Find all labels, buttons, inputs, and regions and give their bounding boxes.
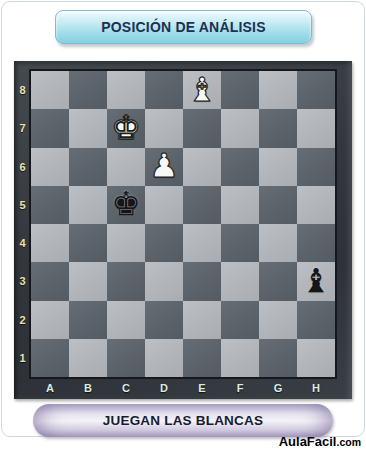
- square-c8[interactable]: [107, 71, 145, 109]
- square-h5[interactable]: [297, 186, 335, 224]
- square-a3[interactable]: [31, 262, 69, 300]
- square-d4[interactable]: [145, 224, 183, 262]
- square-a5[interactable]: [31, 186, 69, 224]
- square-e3[interactable]: [183, 262, 221, 300]
- square-f3[interactable]: [221, 262, 259, 300]
- file-label-c: C: [107, 377, 145, 399]
- square-d6[interactable]: ♟: [145, 148, 183, 186]
- square-g6[interactable]: [259, 148, 297, 186]
- square-b8[interactable]: [69, 71, 107, 109]
- square-f2[interactable]: [221, 301, 259, 339]
- rank-label-1: 1: [14, 339, 31, 377]
- file-label-g: G: [259, 377, 297, 399]
- file-label-e: E: [183, 377, 221, 399]
- square-e7[interactable]: [183, 109, 221, 147]
- square-a1[interactable]: [31, 339, 69, 377]
- square-g8[interactable]: [259, 71, 297, 109]
- file-label-a: A: [31, 377, 69, 399]
- square-c4[interactable]: [107, 224, 145, 262]
- square-c1[interactable]: [107, 339, 145, 377]
- square-a6[interactable]: [31, 148, 69, 186]
- square-h4[interactable]: [297, 224, 335, 262]
- white-pawn-d6[interactable]: ♟: [149, 149, 179, 182]
- rank-label-2: 2: [14, 301, 31, 339]
- rank-label-4: 4: [14, 224, 31, 262]
- square-c7[interactable]: ♚: [107, 109, 145, 147]
- square-f1[interactable]: [221, 339, 259, 377]
- square-a2[interactable]: [31, 301, 69, 339]
- square-g7[interactable]: [259, 109, 297, 147]
- black-bishop-h3[interactable]: ♝: [301, 264, 331, 297]
- square-a8[interactable]: [31, 71, 69, 109]
- square-b6[interactable]: [69, 148, 107, 186]
- square-f7[interactable]: [221, 109, 259, 147]
- square-h2[interactable]: [297, 301, 335, 339]
- square-d2[interactable]: [145, 301, 183, 339]
- square-h1[interactable]: [297, 339, 335, 377]
- brand-suffix: .com: [336, 436, 361, 448]
- square-h6[interactable]: [297, 148, 335, 186]
- footer-caption: JUEGAN LAS BLANCAS: [103, 413, 263, 428]
- square-g4[interactable]: [259, 224, 297, 262]
- square-c5[interactable]: ♚: [107, 186, 145, 224]
- square-g2[interactable]: [259, 301, 297, 339]
- square-b2[interactable]: [69, 301, 107, 339]
- white-king-c7[interactable]: ♚: [111, 111, 141, 144]
- file-label-h: H: [297, 377, 335, 399]
- file-label-b: B: [69, 377, 107, 399]
- square-f4[interactable]: [221, 224, 259, 262]
- square-e8[interactable]: ♝: [183, 71, 221, 109]
- rank-label-3: 3: [14, 262, 31, 300]
- rank-label-6: 6: [14, 148, 31, 186]
- square-e1[interactable]: [183, 339, 221, 377]
- square-h8[interactable]: [297, 71, 335, 109]
- square-e4[interactable]: [183, 224, 221, 262]
- brand-watermark: AulaFacil.com: [279, 434, 361, 449]
- square-d5[interactable]: [145, 186, 183, 224]
- square-e6[interactable]: [183, 148, 221, 186]
- square-g1[interactable]: [259, 339, 297, 377]
- square-e5[interactable]: [183, 186, 221, 224]
- square-c3[interactable]: [107, 262, 145, 300]
- rank-label-5: 5: [14, 186, 31, 224]
- square-f8[interactable]: [221, 71, 259, 109]
- file-label-f: F: [221, 377, 259, 399]
- square-b7[interactable]: [69, 109, 107, 147]
- rank-label-7: 7: [14, 109, 31, 147]
- chess-board-frame: ♝♚♟♚♝ 87654321 ABCDEFGH: [14, 61, 352, 399]
- square-g5[interactable]: [259, 186, 297, 224]
- footer-banner: JUEGAN LAS BLANCAS: [33, 404, 333, 437]
- square-h3[interactable]: ♝: [297, 262, 335, 300]
- square-g3[interactable]: [259, 262, 297, 300]
- square-d1[interactable]: [145, 339, 183, 377]
- square-c2[interactable]: [107, 301, 145, 339]
- square-b1[interactable]: [69, 339, 107, 377]
- square-f5[interactable]: [221, 186, 259, 224]
- square-a7[interactable]: [31, 109, 69, 147]
- square-b3[interactable]: [69, 262, 107, 300]
- square-a4[interactable]: [31, 224, 69, 262]
- square-d7[interactable]: [145, 109, 183, 147]
- square-d3[interactable]: [145, 262, 183, 300]
- square-f6[interactable]: [221, 148, 259, 186]
- black-king-c5[interactable]: ♚: [111, 187, 141, 220]
- square-c6[interactable]: [107, 148, 145, 186]
- white-bishop-e8[interactable]: ♝: [187, 73, 217, 106]
- header-title: POSICIÓN DE ANÁLISIS: [101, 19, 266, 35]
- rank-label-8: 8: [14, 71, 31, 109]
- file-label-d: D: [145, 377, 183, 399]
- square-b4[interactable]: [69, 224, 107, 262]
- square-e2[interactable]: [183, 301, 221, 339]
- brand-name: AulaFacil: [279, 434, 337, 449]
- square-h7[interactable]: [297, 109, 335, 147]
- header-banner: POSICIÓN DE ANÁLISIS: [55, 10, 312, 44]
- chess-board: ♝♚♟♚♝: [31, 71, 335, 377]
- square-d8[interactable]: [145, 71, 183, 109]
- square-b5[interactable]: [69, 186, 107, 224]
